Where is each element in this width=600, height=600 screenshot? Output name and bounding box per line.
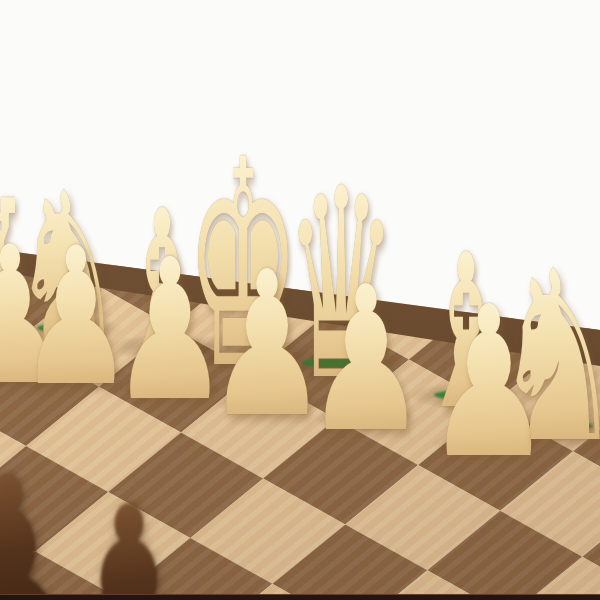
chess-set-photo: ♜ ♞ ♟ ♟ ♝ ♟ ♚ ♟ ♛ ♟ ♝ ♟ ♞ ♟ ♟ xyxy=(0,0,600,600)
black-pawn: ♟ xyxy=(48,472,210,600)
white-knight: ♞ xyxy=(493,240,600,475)
photo-bottom-edge xyxy=(0,594,600,600)
white-pawn: ♟ xyxy=(305,260,427,460)
